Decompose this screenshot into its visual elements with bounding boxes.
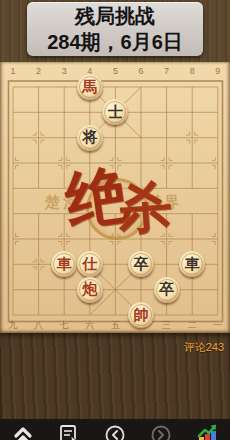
file-label-bottom-8: 二: [184, 319, 200, 332]
file-label-top-7: 7: [159, 66, 175, 76]
notebook-icon: [58, 424, 80, 440]
file-label-top-8: 8: [184, 66, 200, 76]
file-label-top-5: 5: [107, 66, 123, 76]
red-piece-仕-f4r7[interactable]: 仕: [77, 251, 103, 277]
file-label-bottom-1: 九: [5, 319, 21, 332]
piece-glyph: 卒: [134, 257, 149, 272]
xiangqi-board[interactable]: 123456789 九八七六五四三二一 楚河 漢界 绝 杀 馬士将車仕卒車炮卒帥: [0, 62, 230, 333]
red-piece-帥-f6r9[interactable]: 帥: [128, 302, 154, 328]
lower-wood-panel: 评论243: [0, 333, 230, 419]
piece-glyph: 仕: [82, 257, 97, 272]
black-piece-将-f4r2[interactable]: 将: [77, 125, 103, 151]
piece-glyph: 馬: [82, 80, 97, 95]
notebook-button[interactable]: [57, 424, 81, 440]
stats-button[interactable]: [195, 424, 219, 440]
page-subtitle: 284期，6月6日: [47, 29, 183, 55]
page-title: 残局挑战: [75, 3, 155, 29]
redo-button[interactable]: [149, 424, 173, 440]
piece-glyph: 炮: [82, 282, 97, 297]
red-piece-炮-f4r8[interactable]: 炮: [77, 277, 103, 303]
river-label-right: 漢界: [146, 193, 182, 212]
piece-glyph: 車: [57, 257, 72, 272]
file-label-bottom-2: 八: [31, 319, 47, 332]
file-label-top-9: 9: [210, 66, 226, 76]
black-piece-卒-f7r8[interactable]: 卒: [154, 277, 180, 303]
piece-glyph: 帥: [134, 308, 149, 323]
back-circle-icon: [104, 424, 126, 440]
header-wood: 残局挑战 284期，6月6日: [0, 0, 230, 62]
file-label-top-1: 1: [5, 66, 21, 76]
file-label-bottom-7: 三: [159, 319, 175, 332]
red-piece-馬-f4r0[interactable]: 馬: [77, 74, 103, 100]
comments-link[interactable]: 评论243: [184, 340, 224, 355]
expand-up-icon: [13, 424, 33, 440]
expand-up-button[interactable]: [11, 424, 35, 440]
piece-glyph: 士: [108, 105, 123, 120]
forward-circle-icon: [150, 424, 172, 440]
bottom-navbar: [0, 419, 230, 440]
file-label-top-3: 3: [56, 66, 72, 76]
undo-button[interactable]: [103, 424, 127, 440]
stats-chart-icon: [196, 424, 218, 440]
piece-glyph: 車: [185, 257, 200, 272]
file-label-bottom-9: 一: [210, 319, 226, 332]
river-label-left: 楚河: [45, 193, 81, 212]
piece-glyph: 将: [82, 130, 97, 145]
file-label-bottom-5: 五: [107, 319, 123, 332]
file-label-bottom-4: 六: [82, 319, 98, 332]
app-screen: 残局挑战 284期，6月6日 123456789 九八七六五四三二一 楚河 漢界…: [0, 0, 230, 440]
file-label-top-2: 2: [31, 66, 47, 76]
piece-glyph: 卒: [159, 282, 174, 297]
file-label-bottom-3: 七: [56, 319, 72, 332]
file-label-top-6: 6: [133, 66, 149, 76]
title-plate: 残局挑战 284期，6月6日: [27, 2, 203, 56]
